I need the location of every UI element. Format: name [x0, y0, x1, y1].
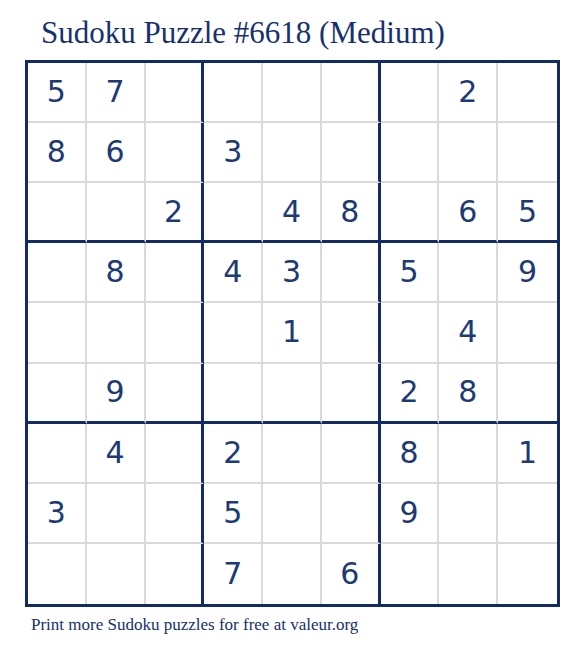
cell-r5c8: 4 [439, 303, 498, 363]
cell-r5c9 [498, 303, 557, 363]
page-title: Sudoku Puzzle #6618 (Medium) [41, 15, 445, 51]
given-digit: 4 [223, 257, 242, 287]
given-digit: 5 [400, 257, 419, 287]
cell-r6c6 [322, 364, 381, 424]
given-digit: 8 [340, 197, 359, 227]
cell-r6c3 [146, 364, 205, 424]
given-digit: 9 [106, 377, 125, 407]
cell-r9c9 [498, 544, 557, 604]
given-digit: 2 [458, 77, 477, 107]
given-digit: 8 [106, 257, 125, 287]
given-digit: 1 [518, 438, 537, 468]
given-digit: 6 [458, 197, 477, 227]
cell-r2c1: 8 [28, 123, 87, 183]
given-digit: 3 [282, 257, 301, 287]
footer-text: Print more Sudoku puzzles for free at va… [31, 615, 358, 635]
cell-r5c5: 1 [263, 303, 322, 363]
cell-r5c6 [322, 303, 381, 363]
cell-r4c1 [28, 243, 87, 303]
cell-r8c9 [498, 484, 557, 544]
given-digit: 9 [400, 498, 419, 528]
cell-r1c1: 5 [28, 63, 87, 123]
cell-r7c5 [263, 424, 322, 484]
given-digit: 5 [223, 498, 242, 528]
cell-r4c8 [439, 243, 498, 303]
cell-r7c3 [146, 424, 205, 484]
cell-r8c6 [322, 484, 381, 544]
given-digit: 5 [518, 197, 537, 227]
cell-r8c4: 5 [204, 484, 263, 544]
cell-r2c9 [498, 123, 557, 183]
given-digit: 3 [223, 137, 242, 167]
cell-r7c7: 8 [381, 424, 440, 484]
cell-r6c8: 8 [439, 364, 498, 424]
cell-r6c4 [204, 364, 263, 424]
cell-r4c3 [146, 243, 205, 303]
cell-r5c3 [146, 303, 205, 363]
cell-r9c5 [263, 544, 322, 604]
cell-r4c2: 8 [87, 243, 146, 303]
given-digit: 4 [106, 438, 125, 468]
sudoku-board: 572863248658435914928428135976 [25, 60, 560, 607]
given-digit: 4 [282, 197, 301, 227]
cell-r1c3 [146, 63, 205, 123]
cell-r4c4: 4 [204, 243, 263, 303]
cell-r7c4: 2 [204, 424, 263, 484]
cell-r3c2 [87, 183, 146, 243]
cell-r3c9: 5 [498, 183, 557, 243]
cell-r8c3 [146, 484, 205, 544]
cell-r2c4: 3 [204, 123, 263, 183]
cell-r1c2: 7 [87, 63, 146, 123]
cell-r1c6 [322, 63, 381, 123]
cell-r7c2: 4 [87, 424, 146, 484]
cell-r1c8: 2 [439, 63, 498, 123]
cell-r3c7 [381, 183, 440, 243]
cell-r1c9 [498, 63, 557, 123]
cell-r7c8 [439, 424, 498, 484]
cell-r4c7: 5 [381, 243, 440, 303]
cell-r6c5 [263, 364, 322, 424]
cell-r1c4 [204, 63, 263, 123]
cell-r6c7: 2 [381, 364, 440, 424]
cell-r8c8 [439, 484, 498, 544]
given-digit: 4 [458, 317, 477, 347]
given-digit: 5 [47, 77, 66, 107]
given-digit: 2 [164, 197, 183, 227]
cell-r7c6 [322, 424, 381, 484]
given-digit: 6 [106, 137, 125, 167]
given-digit: 2 [223, 438, 242, 468]
cell-r1c7 [381, 63, 440, 123]
cell-r3c6: 8 [322, 183, 381, 243]
cell-r5c7 [381, 303, 440, 363]
cell-r2c7 [381, 123, 440, 183]
cell-r2c2: 6 [87, 123, 146, 183]
cell-r9c3 [146, 544, 205, 604]
cell-r3c1 [28, 183, 87, 243]
given-digit: 8 [400, 438, 419, 468]
cell-r2c6 [322, 123, 381, 183]
cell-r5c4 [204, 303, 263, 363]
cell-r2c3 [146, 123, 205, 183]
cell-r1c5 [263, 63, 322, 123]
given-digit: 9 [518, 257, 537, 287]
cell-r7c9: 1 [498, 424, 557, 484]
cell-r9c7 [381, 544, 440, 604]
given-digit: 3 [47, 498, 66, 528]
cell-r2c8 [439, 123, 498, 183]
cell-r4c6 [322, 243, 381, 303]
given-digit: 2 [400, 377, 419, 407]
cell-r7c1 [28, 424, 87, 484]
cell-r6c9 [498, 364, 557, 424]
cell-r8c1: 3 [28, 484, 87, 544]
cell-r5c1 [28, 303, 87, 363]
given-digit: 7 [106, 77, 125, 107]
cell-r3c5: 4 [263, 183, 322, 243]
cell-r4c5: 3 [263, 243, 322, 303]
cell-r9c2 [87, 544, 146, 604]
cell-r8c2 [87, 484, 146, 544]
cell-r4c9: 9 [498, 243, 557, 303]
cell-r8c5 [263, 484, 322, 544]
cell-r9c1 [28, 544, 87, 604]
given-digit: 1 [282, 317, 301, 347]
cell-r9c6: 6 [322, 544, 381, 604]
cell-r5c2 [87, 303, 146, 363]
cell-r9c8 [439, 544, 498, 604]
given-digit: 6 [340, 559, 359, 589]
cell-r9c4: 7 [204, 544, 263, 604]
given-digit: 8 [47, 137, 66, 167]
cell-r6c2: 9 [87, 364, 146, 424]
page: Sudoku Puzzle #6618 (Medium) 57286324865… [0, 0, 574, 651]
given-digit: 7 [223, 559, 242, 589]
cell-r3c8: 6 [439, 183, 498, 243]
cell-r3c3: 2 [146, 183, 205, 243]
cell-r6c1 [28, 364, 87, 424]
given-digit: 8 [458, 377, 477, 407]
cell-r2c5 [263, 123, 322, 183]
cell-r3c4 [204, 183, 263, 243]
cell-r8c7: 9 [381, 484, 440, 544]
